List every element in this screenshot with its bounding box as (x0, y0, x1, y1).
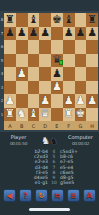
square-g1[interactable]: ♚ (75, 108, 87, 122)
player-name: Player (11, 134, 27, 141)
square-e5[interactable]: ♛ (51, 54, 63, 68)
black-piece: ♟ (5, 27, 15, 39)
black-piece: ♟ (28, 27, 38, 39)
switch-sides-button[interactable]: ⇆ (51, 189, 64, 202)
side-icons: ♞ ♞ (37, 134, 62, 148)
square-d3[interactable] (39, 81, 51, 95)
square-g5[interactable] (75, 54, 87, 68)
square-b1[interactable]: ♞ (16, 108, 28, 122)
app-screen: 87654321 ♜♝♚♝♜♟♟♟♟♟♟♟♛♟♟♟♟♟♟♟♟♜♞♝♛♜♚ ABC… (0, 0, 99, 215)
help-icon: ? (23, 189, 27, 202)
square-d7[interactable]: ♟ (39, 27, 51, 41)
square-f5[interactable] (63, 54, 75, 68)
square-g6[interactable] (75, 40, 87, 54)
file-labels: ABCDEFGH (4, 121, 98, 130)
black-piece: ♜ (5, 14, 15, 26)
square-h3[interactable] (86, 81, 98, 95)
square-a2[interactable]: ♟ (4, 94, 16, 108)
move-list-button[interactable]: ≡ (67, 189, 80, 202)
black-piece: ♟ (75, 27, 85, 39)
computer-clock: 00:00:02 (72, 141, 89, 147)
hint-icon: ↻ (38, 189, 44, 202)
black-piece: ♟ (52, 68, 62, 80)
square-b4[interactable]: ♟ (16, 67, 28, 81)
player-clock: 00:01:50 (10, 141, 27, 147)
toolbar: ◀?↻⇆≡A (0, 187, 99, 203)
square-e3[interactable]: ♟ (51, 81, 63, 95)
square-b7[interactable]: ♟ (16, 27, 28, 41)
file-label: A (4, 121, 16, 130)
player-block: Player 00:01:50 (0, 134, 37, 148)
file-label: G (75, 121, 87, 130)
square-a7[interactable]: ♟ (4, 27, 16, 41)
white-piece: ♟ (5, 95, 15, 107)
square-a4[interactable] (4, 67, 16, 81)
square-b6[interactable] (16, 40, 28, 54)
square-e4[interactable]: ♟ (51, 67, 63, 81)
black-piece: ♚ (52, 14, 62, 26)
square-f4[interactable] (63, 67, 75, 81)
square-f6[interactable] (63, 40, 75, 54)
back-icon: ◀ (7, 189, 13, 202)
square-e6[interactable] (51, 40, 63, 54)
square-h5[interactable] (86, 54, 98, 68)
black-piece: ♝ (28, 14, 38, 26)
move-list[interactable]: b2-b44c5xd3+c2xd35b8-c6e2-e36e7-e5d3-d47… (0, 149, 99, 185)
square-e2[interactable] (51, 94, 63, 108)
options-button[interactable]: A (83, 189, 96, 202)
black-piece: ♜ (87, 14, 97, 26)
white-piece: ♟ (64, 95, 74, 107)
square-d6[interactable] (39, 40, 51, 54)
chess-board[interactable]: ♜♝♚♝♜♟♟♟♟♟♟♟♛♟♟♟♟♟♟♟♟♜♞♝♛♜♚ (4, 13, 98, 121)
square-b2[interactable] (16, 94, 28, 108)
square-f1[interactable]: ♜ (63, 108, 75, 122)
square-d4[interactable] (39, 67, 51, 81)
square-g2[interactable]: ♟ (75, 94, 87, 108)
file-label: C (28, 121, 40, 130)
square-b3[interactable] (16, 81, 28, 95)
hint-button[interactable]: ↻ (35, 189, 48, 202)
switch-sides-icon: ⇆ (54, 189, 60, 202)
square-c2[interactable] (28, 94, 40, 108)
square-h2[interactable]: ♟ (86, 94, 98, 108)
square-h4[interactable] (86, 67, 98, 81)
square-a5[interactable] (4, 54, 16, 68)
file-label: F (63, 121, 75, 130)
square-g4[interactable] (75, 67, 87, 81)
white-piece: ♛ (40, 108, 50, 120)
square-d1[interactable]: ♛ (39, 108, 51, 122)
white-piece: ♝ (28, 108, 38, 120)
square-f7[interactable]: ♟ (63, 27, 75, 41)
options-icon: A (87, 189, 93, 202)
white-piece: ♟ (75, 95, 85, 107)
move-number: 10 (48, 180, 60, 185)
square-c7[interactable]: ♟ (28, 27, 40, 41)
file-label: D (39, 121, 51, 130)
square-b5[interactable] (16, 54, 28, 68)
black-piece: ♟ (87, 27, 97, 39)
white-piece: ♜ (5, 108, 15, 120)
square-a8[interactable]: ♜ (4, 13, 16, 27)
home-indicator[interactable] (29, 208, 70, 211)
square-f2[interactable]: ♟ (63, 94, 75, 108)
square-h8[interactable]: ♜ (86, 13, 98, 27)
black-piece: ♟ (40, 27, 50, 39)
computer-block: Computer 00:00:02 (62, 134, 99, 148)
square-c4[interactable] (28, 67, 40, 81)
white-piece: ♚ (75, 108, 85, 120)
square-h1[interactable] (86, 108, 98, 122)
white-move: e1-g1 (0, 180, 48, 185)
white-piece: ♞ (17, 108, 27, 120)
square-d8[interactable] (39, 13, 51, 27)
move-row: e1-g110g5xe5 (0, 180, 99, 185)
help-button[interactable]: ? (19, 189, 32, 202)
black-move: g5xe5 (60, 180, 99, 185)
square-c8[interactable]: ♝ (28, 13, 40, 27)
file-label: H (86, 121, 98, 130)
white-piece: ♟ (17, 68, 27, 80)
black-knight-icon: ♞ (50, 135, 58, 147)
file-label: B (16, 121, 28, 130)
black-piece: ♟ (17, 27, 27, 39)
move-list-icon: ≡ (70, 189, 76, 202)
square-c6[interactable] (28, 40, 40, 54)
white-piece: ♟ (52, 81, 62, 93)
players-panel: Player 00:01:50 ♞ ♞ Computer 00:00:02 (0, 134, 99, 148)
square-g3[interactable] (75, 81, 87, 95)
square-g7[interactable]: ♟ (75, 27, 87, 41)
square-b8[interactable] (16, 13, 28, 27)
square-e1[interactable] (51, 108, 63, 122)
square-h7[interactable]: ♟ (86, 27, 98, 41)
white-piece: ♟ (40, 95, 50, 107)
black-piece: ♝ (64, 14, 74, 26)
square-e8[interactable]: ♚ (51, 13, 63, 27)
back-button[interactable]: ◀ (3, 189, 16, 202)
white-piece: ♜ (64, 108, 74, 120)
square-d5[interactable] (39, 54, 51, 68)
square-c3[interactable] (28, 81, 40, 95)
square-a3[interactable] (4, 81, 16, 95)
white-piece: ♟ (87, 95, 97, 107)
square-c1[interactable]: ♝ (28, 108, 40, 122)
square-a6[interactable] (4, 40, 16, 54)
square-f8[interactable]: ♝ (63, 13, 75, 27)
square-e7[interactable] (51, 27, 63, 41)
black-piece: ♟ (64, 27, 74, 39)
square-g8[interactable] (75, 13, 87, 27)
top-bar (0, 0, 99, 11)
white-knight-icon: ♞ (41, 135, 50, 147)
square-a1[interactable]: ♜ (4, 108, 16, 122)
square-h6[interactable] (86, 40, 98, 54)
square-f3[interactable] (63, 81, 75, 95)
square-c5[interactable] (28, 54, 40, 68)
file-label: E (51, 121, 63, 130)
square-d2[interactable]: ♟ (39, 94, 51, 108)
computer-name: Computer (68, 134, 93, 141)
